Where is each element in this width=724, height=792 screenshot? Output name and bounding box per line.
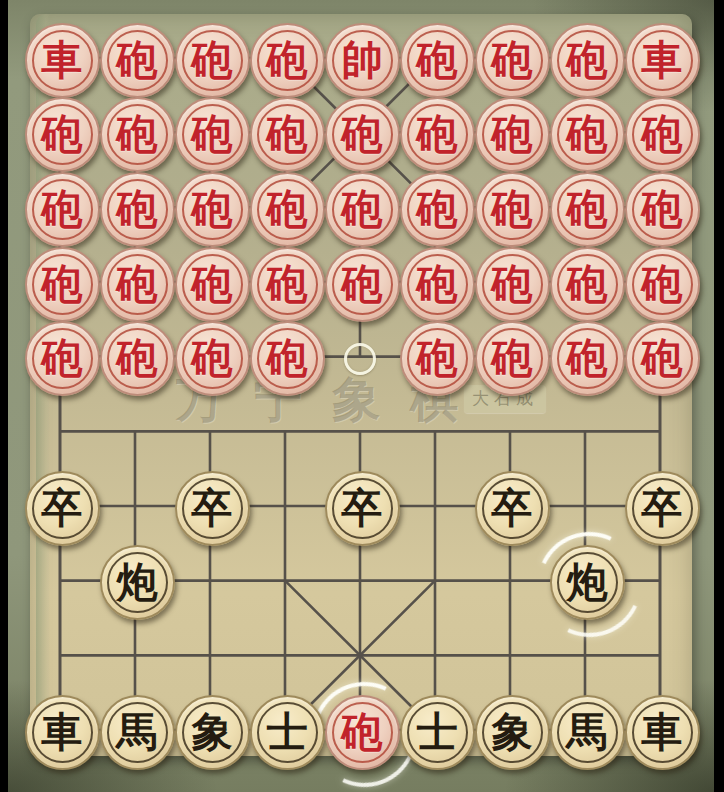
- red-cannon-glyph: 砲: [492, 338, 533, 379]
- red-cannon-glyph: 砲: [642, 264, 683, 305]
- black-chariot-glyph: 車: [42, 712, 83, 753]
- piece-red-cannon-r3c3[interactable]: 砲: [250, 247, 325, 322]
- piece-red-cannon-r4c7[interactable]: 砲: [550, 321, 625, 396]
- red-cannon-glyph: 砲: [342, 114, 383, 155]
- red-cannon-glyph: 砲: [267, 40, 308, 81]
- piece-red-cannon-r3c2[interactable]: 砲: [175, 247, 250, 322]
- black-pawn-glyph: 卒: [642, 488, 683, 529]
- piece-red-cannon-r0c3[interactable]: 砲: [250, 23, 325, 98]
- piece-black-pawn-r6c8[interactable]: 卒: [625, 471, 700, 546]
- piece-black-pawn-r6c2[interactable]: 卒: [175, 471, 250, 546]
- piece-black-advisor-r9c3[interactable]: 士: [250, 695, 325, 770]
- red-cannon-glyph: 砲: [567, 264, 608, 305]
- red-cannon-glyph: 砲: [642, 338, 683, 379]
- red-cannon-glyph: 砲: [417, 264, 458, 305]
- piece-red-cannon-r1c3[interactable]: 砲: [250, 97, 325, 172]
- piece-black-advisor-r9c5[interactable]: 士: [400, 695, 475, 770]
- red-cannon-glyph: 砲: [42, 189, 83, 230]
- black-elephant-glyph: 象: [492, 712, 533, 753]
- red-cannon-glyph: 砲: [267, 264, 308, 305]
- red-cannon-glyph: 砲: [567, 189, 608, 230]
- red-cannon-glyph: 砲: [192, 189, 233, 230]
- black-pawn-glyph: 卒: [192, 488, 233, 529]
- red-chariot-glyph: 車: [642, 40, 683, 81]
- red-cannon-glyph: 砲: [192, 40, 233, 81]
- piece-red-cannon-r3c8[interactable]: 砲: [625, 247, 700, 322]
- red-cannon-glyph: 砲: [117, 189, 158, 230]
- piece-black-cannon-r7c7[interactable]: 炮: [550, 545, 625, 620]
- piece-red-cannon-r2c0[interactable]: 砲: [25, 172, 100, 247]
- piece-red-cannon-r0c1[interactable]: 砲: [100, 23, 175, 98]
- piece-red-cannon-r3c4[interactable]: 砲: [325, 247, 400, 322]
- piece-red-cannon-r4c1[interactable]: 砲: [100, 321, 175, 396]
- piece-red-cannon-r3c0[interactable]: 砲: [25, 247, 100, 322]
- board-margin: 万宁象棋 大石成 車砲砲砲帥砲砲砲車砲砲砲砲砲砲砲砲砲砲砲砲砲砲砲砲砲砲砲砲砲砲…: [8, 0, 714, 792]
- piece-red-chariot-r0c0[interactable]: 車: [25, 23, 100, 98]
- red-cannon-glyph: 砲: [267, 114, 308, 155]
- red-cannon-glyph: 砲: [567, 114, 608, 155]
- piece-black-elephant-r9c6[interactable]: 象: [475, 695, 550, 770]
- piece-red-cannon-r2c2[interactable]: 砲: [175, 172, 250, 247]
- piece-red-cannon-r2c8[interactable]: 砲: [625, 172, 700, 247]
- black-elephant-glyph: 象: [192, 712, 233, 753]
- red-cannon-glyph: 砲: [267, 338, 308, 379]
- piece-red-cannon-r3c7[interactable]: 砲: [550, 247, 625, 322]
- black-advisor-glyph: 士: [267, 712, 308, 753]
- piece-red-cannon-r4c3[interactable]: 砲: [250, 321, 325, 396]
- piece-red-cannon-r4c0[interactable]: 砲: [25, 321, 100, 396]
- piece-red-cannon-r4c5[interactable]: 砲: [400, 321, 475, 396]
- red-cannon-glyph: 砲: [492, 114, 533, 155]
- piece-red-cannon-r2c1[interactable]: 砲: [100, 172, 175, 247]
- piece-red-cannon-r2c6[interactable]: 砲: [475, 172, 550, 247]
- piece-red-cannon-r1c6[interactable]: 砲: [475, 97, 550, 172]
- black-cannon-glyph: 炮: [117, 562, 158, 603]
- red-cannon-glyph: 砲: [117, 114, 158, 155]
- piece-red-cannon-r1c0[interactable]: 砲: [25, 97, 100, 172]
- red-chariot-glyph: 車: [42, 40, 83, 81]
- piece-red-cannon-r4c2[interactable]: 砲: [175, 321, 250, 396]
- red-cannon-glyph: 砲: [417, 189, 458, 230]
- piece-black-horse-r9c7[interactable]: 馬: [550, 695, 625, 770]
- piece-red-general-r0c4[interactable]: 帥: [325, 23, 400, 98]
- piece-red-cannon-r0c5[interactable]: 砲: [400, 23, 475, 98]
- black-horse-glyph: 馬: [567, 712, 608, 753]
- piece-red-chariot-r0c8[interactable]: 車: [625, 23, 700, 98]
- piece-red-cannon-r2c5[interactable]: 砲: [400, 172, 475, 247]
- red-cannon-glyph: 砲: [342, 712, 383, 753]
- piece-red-cannon-r0c2[interactable]: 砲: [175, 23, 250, 98]
- piece-red-cannon-r0c6[interactable]: 砲: [475, 23, 550, 98]
- red-cannon-glyph: 砲: [417, 114, 458, 155]
- red-cannon-glyph: 砲: [342, 264, 383, 305]
- piece-black-elephant-r9c2[interactable]: 象: [175, 695, 250, 770]
- red-cannon-glyph: 砲: [642, 189, 683, 230]
- red-cannon-glyph: 砲: [117, 264, 158, 305]
- red-general-glyph: 帥: [342, 40, 383, 81]
- piece-red-cannon-r4c8[interactable]: 砲: [625, 321, 700, 396]
- red-cannon-glyph: 砲: [117, 338, 158, 379]
- piece-red-cannon-r2c3[interactable]: 砲: [250, 172, 325, 247]
- piece-red-cannon-r1c1[interactable]: 砲: [100, 97, 175, 172]
- piece-red-cannon-r1c8[interactable]: 砲: [625, 97, 700, 172]
- red-cannon-glyph: 砲: [192, 114, 233, 155]
- piece-black-cannon-r7c1[interactable]: 炮: [100, 545, 175, 620]
- black-chariot-glyph: 車: [642, 712, 683, 753]
- piece-black-horse-r9c1[interactable]: 馬: [100, 695, 175, 770]
- red-cannon-glyph: 砲: [417, 338, 458, 379]
- move-origin-ring: [344, 343, 376, 375]
- piece-black-pawn-r6c4[interactable]: 卒: [325, 471, 400, 546]
- piece-black-chariot-r9c8[interactable]: 車: [625, 695, 700, 770]
- red-cannon-glyph: 砲: [192, 338, 233, 379]
- red-cannon-glyph: 砲: [417, 40, 458, 81]
- red-cannon-glyph: 砲: [492, 189, 533, 230]
- black-pawn-glyph: 卒: [42, 488, 83, 529]
- piece-red-cannon-r2c4[interactable]: 砲: [325, 172, 400, 247]
- red-cannon-glyph: 砲: [342, 189, 383, 230]
- piece-black-pawn-r6c6[interactable]: 卒: [475, 471, 550, 546]
- red-cannon-glyph: 砲: [492, 264, 533, 305]
- piece-red-cannon-r3c5[interactable]: 砲: [400, 247, 475, 322]
- red-cannon-glyph: 砲: [267, 189, 308, 230]
- piece-red-cannon-r4c6[interactable]: 砲: [475, 321, 550, 396]
- black-horse-glyph: 馬: [117, 712, 158, 753]
- red-cannon-glyph: 砲: [492, 40, 533, 81]
- red-cannon-glyph: 砲: [192, 264, 233, 305]
- red-cannon-glyph: 砲: [42, 114, 83, 155]
- red-cannon-glyph: 砲: [42, 264, 83, 305]
- piece-red-cannon-r2c7[interactable]: 砲: [550, 172, 625, 247]
- piece-red-cannon-r1c4[interactable]: 砲: [325, 97, 400, 172]
- red-cannon-glyph: 砲: [567, 40, 608, 81]
- piece-red-cannon-r3c1[interactable]: 砲: [100, 247, 175, 322]
- piece-red-cannon-r1c5[interactable]: 砲: [400, 97, 475, 172]
- piece-red-cannon-r1c7[interactable]: 砲: [550, 97, 625, 172]
- black-advisor-glyph: 士: [417, 712, 458, 753]
- red-cannon-glyph: 砲: [642, 114, 683, 155]
- red-cannon-glyph: 砲: [117, 40, 158, 81]
- black-pawn-glyph: 卒: [342, 488, 383, 529]
- piece-red-cannon-r1c2[interactable]: 砲: [175, 97, 250, 172]
- red-cannon-glyph: 砲: [567, 338, 608, 379]
- piece-red-cannon-r3c6[interactable]: 砲: [475, 247, 550, 322]
- black-pawn-glyph: 卒: [492, 488, 533, 529]
- piece-black-chariot-r9c0[interactable]: 車: [25, 695, 100, 770]
- xiangqi-app-window: 万宁象棋 大石成 車砲砲砲帥砲砲砲車砲砲砲砲砲砲砲砲砲砲砲砲砲砲砲砲砲砲砲砲砲砲…: [0, 0, 724, 792]
- piece-red-cannon-r9c4[interactable]: 砲: [325, 695, 400, 770]
- black-cannon-glyph: 炮: [567, 562, 608, 603]
- red-cannon-glyph: 砲: [42, 338, 83, 379]
- piece-red-cannon-r0c7[interactable]: 砲: [550, 23, 625, 98]
- piece-black-pawn-r6c0[interactable]: 卒: [25, 471, 100, 546]
